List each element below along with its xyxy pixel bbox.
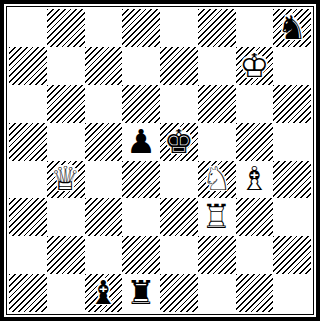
square-b4[interactable]: ♛♕	[47, 161, 85, 199]
square-a8[interactable]	[9, 9, 47, 47]
board-frame-inner-line: ♞♚♔♟♚♛♕♞♘♝♗♜♖♝♜	[6, 6, 314, 315]
square-f6[interactable]	[198, 85, 236, 123]
square-h5[interactable]	[273, 123, 311, 161]
white-rook-piece: ♖	[202, 200, 232, 233]
square-h4[interactable]	[273, 161, 311, 199]
square-g4[interactable]: ♝♗	[236, 161, 274, 199]
white-rook-fill: ♜	[202, 200, 232, 233]
chess-board: ♞♚♔♟♚♛♕♞♘♝♗♜♖♝♜	[9, 9, 311, 312]
square-f3[interactable]: ♜♖	[198, 198, 236, 236]
white-queen-fill: ♛	[51, 162, 81, 195]
white-king-fill: ♚	[240, 48, 270, 81]
square-d4[interactable]	[122, 161, 160, 199]
black-knight-piece: ♞	[277, 10, 307, 43]
square-e4[interactable]	[160, 161, 198, 199]
square-g5[interactable]	[236, 123, 274, 161]
square-d2[interactable]	[122, 236, 160, 274]
square-d8[interactable]	[122, 9, 160, 47]
square-b7[interactable]	[47, 47, 85, 85]
square-d6[interactable]	[122, 85, 160, 123]
board-frame-outer: ♞♚♔♟♚♛♕♞♘♝♗♜♖♝♜	[0, 0, 320, 321]
white-bishop-fill: ♝	[240, 162, 270, 195]
square-h1[interactable]	[273, 274, 311, 312]
square-c3[interactable]	[85, 198, 123, 236]
square-g2[interactable]	[236, 236, 274, 274]
square-h7[interactable]	[273, 47, 311, 85]
square-d1[interactable]: ♜	[122, 274, 160, 312]
square-b8[interactable]	[47, 9, 85, 47]
square-c7[interactable]	[85, 47, 123, 85]
square-g7[interactable]: ♚♔	[236, 47, 274, 85]
square-h3[interactable]	[273, 198, 311, 236]
square-a7[interactable]	[9, 47, 47, 85]
square-g8[interactable]	[236, 9, 274, 47]
white-knight-piece: ♘	[202, 162, 232, 195]
square-c8[interactable]	[85, 9, 123, 47]
square-e6[interactable]	[160, 85, 198, 123]
square-e1[interactable]	[160, 274, 198, 312]
square-b1[interactable]	[47, 274, 85, 312]
square-f5[interactable]	[198, 123, 236, 161]
square-a6[interactable]	[9, 85, 47, 123]
square-f7[interactable]	[198, 47, 236, 85]
black-king-piece: ♚	[164, 124, 194, 157]
square-f4[interactable]: ♞♘	[198, 161, 236, 199]
square-e8[interactable]	[160, 9, 198, 47]
board-frame-white-gap: ♞♚♔♟♚♛♕♞♘♝♗♜♖♝♜	[4, 4, 316, 317]
white-queen-piece: ♕	[51, 162, 81, 195]
square-d5[interactable]: ♟	[122, 123, 160, 161]
square-b3[interactable]	[47, 198, 85, 236]
square-g6[interactable]	[236, 85, 274, 123]
black-pawn-piece: ♟	[126, 124, 156, 157]
square-e7[interactable]	[160, 47, 198, 85]
square-f8[interactable]	[198, 9, 236, 47]
square-g1[interactable]	[236, 274, 274, 312]
white-bishop-piece: ♗	[240, 162, 270, 195]
square-e2[interactable]	[160, 236, 198, 274]
square-g3[interactable]	[236, 198, 274, 236]
square-a3[interactable]	[9, 198, 47, 236]
square-f2[interactable]	[198, 236, 236, 274]
square-a5[interactable]	[9, 123, 47, 161]
white-king-piece: ♔	[240, 48, 270, 81]
square-c2[interactable]	[85, 236, 123, 274]
white-knight-fill: ♞	[202, 162, 232, 195]
board-frame-inner-pad: ♞♚♔♟♚♛♕♞♘♝♗♜♖♝♜	[7, 7, 313, 314]
square-e5[interactable]: ♚	[160, 123, 198, 161]
square-e3[interactable]	[160, 198, 198, 236]
square-f1[interactable]	[198, 274, 236, 312]
black-rook-piece: ♜	[126, 276, 156, 309]
square-c1[interactable]: ♝	[85, 274, 123, 312]
square-c5[interactable]	[85, 123, 123, 161]
square-b5[interactable]	[47, 123, 85, 161]
square-c6[interactable]	[85, 85, 123, 123]
square-d3[interactable]	[122, 198, 160, 236]
square-d7[interactable]	[122, 47, 160, 85]
square-a2[interactable]	[9, 236, 47, 274]
square-c4[interactable]	[85, 161, 123, 199]
square-h6[interactable]	[273, 85, 311, 123]
square-a1[interactable]	[9, 274, 47, 312]
black-bishop-piece: ♝	[89, 276, 119, 309]
square-b2[interactable]	[47, 236, 85, 274]
square-h2[interactable]	[273, 236, 311, 274]
square-h8[interactable]: ♞	[273, 9, 311, 47]
square-a4[interactable]	[9, 161, 47, 199]
square-b6[interactable]	[47, 85, 85, 123]
